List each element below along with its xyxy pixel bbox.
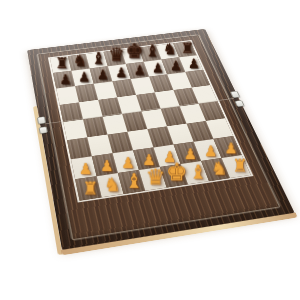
square-d7[interactable]: ♟ xyxy=(108,64,131,81)
piece-black-pawn-b7[interactable]: ♟ xyxy=(78,71,90,84)
piece-black-king-e8[interactable]: ♚ xyxy=(125,42,143,62)
square-c7[interactable]: ♟ xyxy=(90,66,113,84)
piece-white-rook-a1[interactable]: ♜ xyxy=(82,180,98,198)
piece-black-pawn-h7[interactable]: ♟ xyxy=(188,57,200,70)
square-g3[interactable] xyxy=(187,121,214,142)
square-b8[interactable]: ♞ xyxy=(68,54,90,71)
piece-white-knight-b1[interactable]: ♞ xyxy=(104,175,121,194)
board-surface: ♜♞♝♛♚♝♞♜♟♟♟♟♟♟♟♟♟♟♟♟♟♟♟♟♜♞♝♛♚♝♞♜ xyxy=(38,35,279,239)
square-e7[interactable]: ♟ xyxy=(126,62,149,79)
piece-black-pawn-c7[interactable]: ♟ xyxy=(97,68,109,81)
square-a7[interactable]: ♟ xyxy=(53,71,75,89)
square-a8[interactable]: ♜ xyxy=(50,56,71,73)
piece-black-bishop-c8[interactable]: ♝ xyxy=(91,50,106,67)
piece-white-knight-g1[interactable]: ♞ xyxy=(211,160,228,178)
chessboard-grid[interactable]: ♜♞♝♛♚♝♞♜♟♟♟♟♟♟♟♟♟♟♟♟♟♟♟♟♜♞♝♛♚♝♞♜ xyxy=(50,41,251,200)
square-a2[interactable]: ♟ xyxy=(71,156,97,179)
square-c8[interactable]: ♝ xyxy=(86,52,108,69)
hinge-left-icon xyxy=(37,116,48,134)
piece-black-pawn-a7[interactable]: ♟ xyxy=(59,73,71,86)
photo-scene: ♜♞♝♛♚♝♞♜♟♟♟♟♟♟♟♟♟♟♟♟♟♟♟♟♜♞♝♛♚♝♞♜ xyxy=(0,0,300,300)
square-b1[interactable]: ♞ xyxy=(97,173,124,197)
piece-white-pawn-a2[interactable]: ♟ xyxy=(79,161,93,176)
piece-black-knight-g8[interactable]: ♞ xyxy=(163,42,177,57)
piece-white-king-e1[interactable]: ♚ xyxy=(166,160,188,184)
piece-black-rook-h8[interactable]: ♜ xyxy=(181,41,194,55)
square-g4[interactable] xyxy=(180,104,206,124)
piece-white-bishop-c1[interactable]: ♝ xyxy=(125,171,143,191)
piece-white-bishop-f1[interactable]: ♝ xyxy=(189,162,207,182)
square-b7[interactable]: ♟ xyxy=(71,68,93,86)
piece-white-pawn-h2[interactable]: ♟ xyxy=(224,140,237,155)
piece-black-pawn-d7[interactable]: ♟ xyxy=(115,66,127,79)
piece-black-pawn-e7[interactable]: ♟ xyxy=(134,64,146,77)
piece-black-rook-a8[interactable]: ♜ xyxy=(55,56,68,71)
piece-black-pawn-g7[interactable]: ♟ xyxy=(170,59,182,72)
square-a4[interactable] xyxy=(63,119,87,140)
piece-white-queen-d1[interactable]: ♛ xyxy=(146,166,166,188)
piece-white-pawn-c2[interactable]: ♟ xyxy=(121,155,134,170)
square-d8[interactable]: ♛ xyxy=(103,50,125,67)
piece-white-pawn-g2[interactable]: ♟ xyxy=(204,143,217,158)
square-e4[interactable] xyxy=(142,109,167,129)
square-c1[interactable]: ♝ xyxy=(118,170,145,194)
square-f7[interactable]: ♟ xyxy=(144,60,168,77)
piece-black-bishop-f8[interactable]: ♝ xyxy=(145,43,160,59)
square-f4[interactable] xyxy=(161,106,187,126)
piece-white-pawn-b2[interactable]: ♟ xyxy=(100,158,114,173)
square-a1[interactable]: ♜ xyxy=(75,176,102,200)
piece-black-queen-d8[interactable]: ♛ xyxy=(108,46,124,64)
piece-black-pawn-f7[interactable]: ♟ xyxy=(152,61,164,74)
chess-board: ♜♞♝♛♚♝♞♜♟♟♟♟♟♟♟♟♟♟♟♟♟♟♟♟♜♞♝♛♚♝♞♜ xyxy=(27,29,295,251)
piece-black-knight-b8[interactable]: ♞ xyxy=(73,53,87,69)
piece-white-rook-h1[interactable]: ♜ xyxy=(232,158,247,175)
